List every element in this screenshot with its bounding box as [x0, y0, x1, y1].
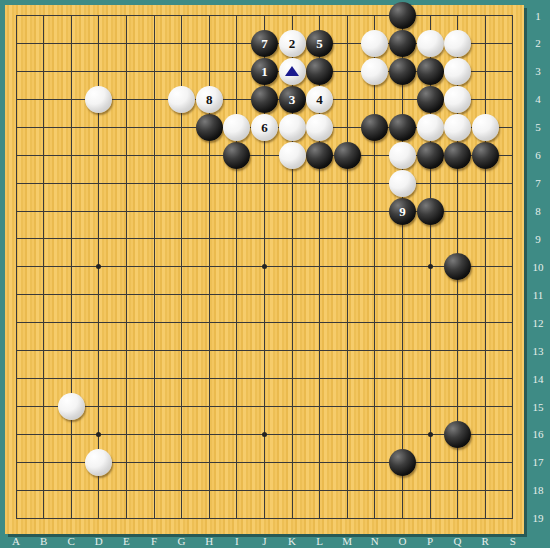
black-stone-Q16[interactable] — [444, 421, 471, 448]
coord-label-col-C: C — [62, 533, 80, 548]
black-stone-O5[interactable] — [389, 114, 416, 141]
coord-label-col-A: A — [7, 533, 25, 548]
grid-line-horizontal-7 — [16, 183, 514, 184]
coord-label-col-I: I — [228, 533, 246, 548]
grid-line-horizontal-13 — [16, 350, 514, 351]
coord-label-row-14: 14 — [526, 371, 550, 387]
move-number-label: 7 — [261, 37, 268, 50]
black-stone-J4[interactable] — [251, 86, 278, 113]
coord-label-row-10: 10 — [526, 259, 550, 275]
triangle-marker — [285, 66, 299, 76]
grid-line-horizontal-19 — [16, 518, 514, 519]
white-stone-Q5[interactable] — [444, 114, 471, 141]
coord-label-row-8: 8 — [526, 203, 550, 219]
white-stone-P2[interactable] — [417, 30, 444, 57]
white-stone-G4[interactable] — [168, 86, 195, 113]
coord-label-col-H: H — [200, 533, 218, 548]
black-stone-L2[interactable]: 5 — [306, 30, 333, 57]
black-stone-L6[interactable] — [306, 142, 333, 169]
white-stone-C15[interactable] — [58, 393, 85, 420]
coord-label-col-G: G — [173, 533, 191, 548]
coord-label-row-9: 9 — [526, 231, 550, 247]
move-number-label: 3 — [289, 93, 296, 106]
grid-line-horizontal-9 — [16, 238, 514, 239]
coord-label-col-P: P — [421, 533, 439, 548]
coord-label-col-L: L — [311, 533, 329, 548]
black-stone-O17[interactable] — [389, 449, 416, 476]
grid-line-horizontal-12 — [16, 322, 514, 323]
hoshi-point-P10 — [428, 264, 433, 269]
coord-label-col-E: E — [117, 533, 135, 548]
coord-label-col-K: K — [283, 533, 301, 548]
white-stone-Q2[interactable] — [444, 30, 471, 57]
coord-label-row-13: 13 — [526, 343, 550, 359]
black-stone-O1[interactable] — [389, 2, 416, 29]
white-stone-K2[interactable]: 2 — [279, 30, 306, 57]
black-stone-R6[interactable] — [472, 142, 499, 169]
coord-label-row-2: 2 — [526, 35, 550, 51]
coord-label-col-B: B — [35, 533, 53, 548]
white-stone-O6[interactable] — [389, 142, 416, 169]
black-stone-N5[interactable] — [361, 114, 388, 141]
white-stone-D17[interactable] — [85, 449, 112, 476]
white-stone-L4[interactable]: 4 — [306, 86, 333, 113]
black-stone-P8[interactable] — [417, 198, 444, 225]
black-stone-I6[interactable] — [223, 142, 250, 169]
coord-label-row-1: 1 — [526, 8, 550, 24]
black-stone-H5[interactable] — [196, 114, 223, 141]
coord-label-col-D: D — [90, 533, 108, 548]
coord-label-row-16: 16 — [526, 426, 550, 442]
coord-label-row-7: 7 — [526, 175, 550, 191]
coord-label-row-6: 6 — [526, 147, 550, 163]
black-stone-L3[interactable] — [306, 58, 333, 85]
grid-line-horizontal-18 — [16, 490, 514, 491]
white-stone-Q4[interactable] — [444, 86, 471, 113]
move-number-label: 4 — [316, 93, 323, 106]
white-stone-I5[interactable] — [223, 114, 250, 141]
coord-label-row-3: 3 — [526, 63, 550, 79]
white-stone-H4[interactable]: 8 — [196, 86, 223, 113]
black-stone-P3[interactable] — [417, 58, 444, 85]
coord-label-col-S: S — [504, 533, 522, 548]
white-stone-N3[interactable] — [361, 58, 388, 85]
move-number-label: 1 — [261, 65, 268, 78]
coord-label-row-12: 12 — [526, 315, 550, 331]
coord-label-row-18: 18 — [526, 482, 550, 498]
black-stone-Q6[interactable] — [444, 142, 471, 169]
coord-label-row-19: 19 — [526, 510, 550, 526]
black-stone-M6[interactable] — [334, 142, 361, 169]
move-number-label: 5 — [316, 37, 323, 50]
white-stone-Q3[interactable] — [444, 58, 471, 85]
move-number-label: 9 — [399, 205, 406, 218]
coord-label-col-R: R — [476, 533, 494, 548]
move-number-label: 2 — [289, 37, 296, 50]
coord-label-col-O: O — [393, 533, 411, 548]
coord-label-row-17: 17 — [526, 454, 550, 470]
black-stone-P6[interactable] — [417, 142, 444, 169]
coord-label-col-Q: Q — [449, 533, 467, 548]
white-stone-R5[interactable] — [472, 114, 499, 141]
coord-label-row-4: 4 — [526, 91, 550, 107]
coord-label-col-N: N — [366, 533, 384, 548]
coord-label-row-5: 5 — [526, 119, 550, 135]
white-stone-K5[interactable] — [279, 114, 306, 141]
move-number-label: 6 — [261, 121, 268, 134]
black-stone-O2[interactable] — [389, 30, 416, 57]
white-stone-L5[interactable] — [306, 114, 333, 141]
hoshi-point-P16 — [428, 432, 433, 437]
black-stone-J3[interactable]: 1 — [251, 58, 278, 85]
coord-label-row-15: 15 — [526, 399, 550, 415]
grid-line-horizontal-15 — [16, 406, 514, 407]
coord-label-col-M: M — [338, 533, 356, 548]
black-stone-O8[interactable]: 9 — [389, 198, 416, 225]
white-stone-K3[interactable] — [279, 58, 306, 85]
black-stone-O3[interactable] — [389, 58, 416, 85]
grid-line-horizontal-1 — [16, 15, 514, 16]
hoshi-point-J16 — [262, 432, 267, 437]
black-stone-J2[interactable]: 7 — [251, 30, 278, 57]
coord-label-col-J: J — [255, 533, 273, 548]
coord-label-row-11: 11 — [526, 287, 550, 303]
grid-line-horizontal-11 — [16, 294, 514, 295]
white-stone-J5[interactable]: 6 — [251, 114, 278, 141]
white-stone-O7[interactable] — [389, 170, 416, 197]
black-stone-P4[interactable] — [417, 86, 444, 113]
go-diagram: 751392846ABCDEFGHIJKLMNOPQRS123456789101… — [0, 0, 550, 548]
black-stone-K4[interactable]: 3 — [279, 86, 306, 113]
move-number-label: 8 — [206, 93, 213, 106]
grid-line-horizontal-14 — [16, 378, 514, 379]
white-stone-D4[interactable] — [85, 86, 112, 113]
white-stone-P5[interactable] — [417, 114, 444, 141]
coord-label-col-F: F — [145, 533, 163, 548]
white-stone-K6[interactable] — [279, 142, 306, 169]
